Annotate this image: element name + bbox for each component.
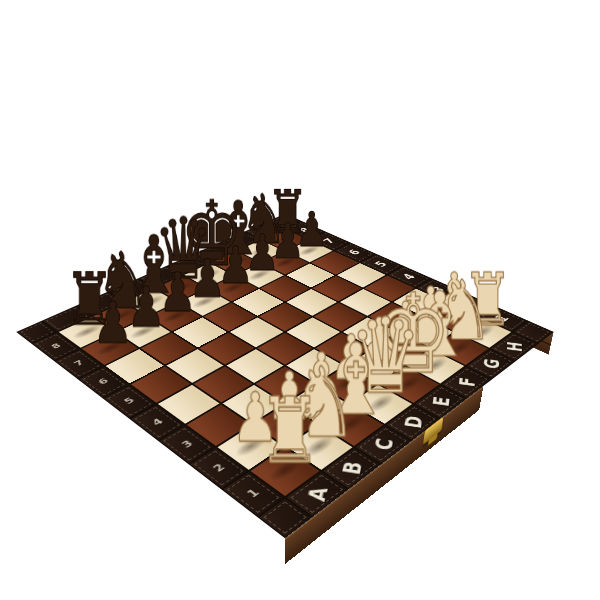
product-photo-scene: 8♜♞♝♛♚♝♞♜87♟♟♟♟♟♟♟♟7665544332♟♟♟♟♟♟♟♟21♜…: [0, 0, 600, 600]
piece-glyph: ♟: [64, 295, 161, 350]
chess-board: 8♜♞♝♛♚♝♞♜87♟♟♟♟♟♟♟♟7665544332♟♟♟♟♟♟♟♟21♜…: [16, 214, 553, 538]
piece-glyph: ♜: [231, 388, 349, 474]
board-grid: 8♜♞♝♛♚♝♞♜87♟♟♟♟♟♟♟♟7665544332♟♟♟♟♟♟♟♟21♜…: [16, 214, 553, 538]
